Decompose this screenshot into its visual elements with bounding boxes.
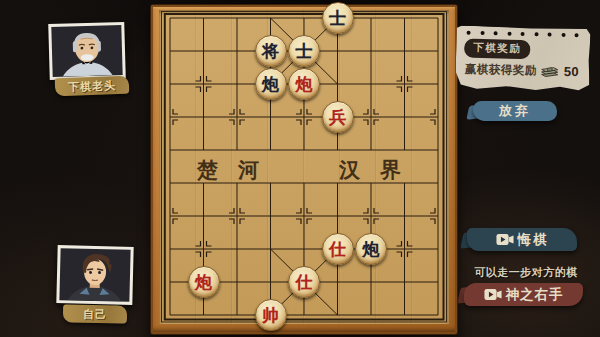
- piece-black-general[interactable]: 将: [255, 35, 287, 67]
- piece-black-cannon[interactable]: 炮: [355, 233, 387, 265]
- piece-black-advisor[interactable]: 士: [288, 35, 320, 67]
- reward-title-badge: 下棋奖励: [464, 39, 530, 59]
- video-ad-icon: [484, 288, 502, 301]
- piece-black-advisor[interactable]: 士: [322, 2, 354, 34]
- piece-red-advisor[interactable]: 仕: [288, 266, 320, 298]
- piece-red-cannon[interactable]: 炮: [188, 266, 220, 298]
- piece-red-soldier[interactable]: 兵: [322, 101, 354, 133]
- reward-note: 下棋奖励 赢棋获得奖励 50: [455, 25, 590, 92]
- piece-character: 将: [262, 43, 279, 60]
- piece-black-cannon[interactable]: 炮: [255, 68, 287, 100]
- video-ad-icon: [496, 233, 514, 246]
- board-grid: 士将士炮炮兵仕炮炮仕帅: [153, 2, 455, 332]
- piece-character: 炮: [262, 76, 279, 93]
- old-man-avatar: [51, 25, 122, 77]
- xiangqi-board: 楚河 汉界 士将士炮炮兵仕炮炮仕帅: [150, 4, 458, 335]
- opponent-portrait: [48, 22, 126, 80]
- reward-desc: 赢棋获得奖励: [465, 61, 537, 78]
- god-hand-tip: 可以走一步对方的棋: [452, 265, 600, 280]
- god-hand-button[interactable]: 神之右手: [464, 283, 583, 306]
- piece-character: 仕: [296, 274, 313, 291]
- piece-red-general[interactable]: 帅: [255, 299, 287, 331]
- undo-move-button[interactable]: 悔棋: [467, 228, 577, 251]
- piece-red-advisor[interactable]: 仕: [322, 233, 354, 265]
- piece-character: 炮: [363, 241, 380, 258]
- piece-character: 帅: [262, 307, 279, 324]
- cash-icon: [539, 62, 561, 78]
- piece-character: 士: [296, 43, 313, 60]
- piece-character: 兵: [329, 109, 346, 126]
- young-man-avatar: [59, 248, 130, 302]
- give-up-button[interactable]: 放弃: [473, 101, 557, 121]
- reward-amount: 50: [564, 63, 580, 78]
- piece-character: 仕: [329, 241, 346, 258]
- piece-character: 炮: [296, 76, 313, 93]
- self-portrait: [56, 245, 133, 305]
- board-surface: 楚河 汉界 士将士炮炮兵仕炮炮仕帅: [159, 10, 449, 324]
- give-up-label: 放弃: [499, 102, 531, 120]
- self-name-plaque: 自己: [63, 304, 127, 323]
- piece-red-cannon[interactable]: 炮: [288, 68, 320, 100]
- opponent-name-plaque: 下棋老头: [55, 76, 130, 97]
- undo-move-label: 悔棋: [518, 231, 549, 249]
- god-hand-label: 神之右手: [506, 286, 564, 304]
- piece-character: 炮: [195, 274, 212, 291]
- piece-character: 士: [329, 10, 346, 27]
- paper-holes: [457, 25, 591, 37]
